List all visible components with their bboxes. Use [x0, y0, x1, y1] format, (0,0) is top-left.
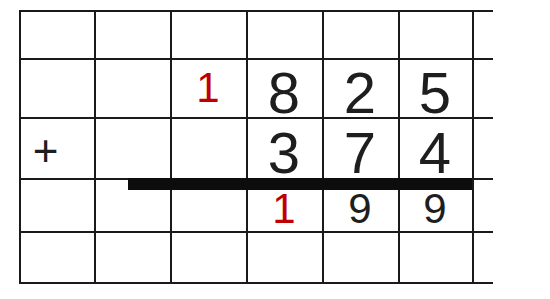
grid-hline-5	[19, 282, 493, 284]
grid-hline-0	[19, 10, 493, 12]
grid-vline-2	[170, 10, 172, 284]
cell-r1-c4: 2	[322, 63, 398, 122]
grid-vline-1	[94, 10, 96, 284]
cell-r3-c4: 9	[322, 182, 398, 235]
cell-r1-c3: 8	[246, 63, 322, 122]
cell-r1-c2: 1	[170, 58, 246, 117]
cell-r3-c3: 1	[246, 182, 322, 235]
cell-r2-c0: +	[8, 120, 83, 181]
grid-vline-6	[472, 10, 474, 284]
cell-r1-c5: 5	[398, 63, 472, 122]
cell-r2-c5: 4	[398, 122, 472, 183]
cell-r2-c3: 3	[246, 122, 322, 183]
addition-worksheet: 1825+374199	[0, 0, 550, 299]
cell-r3-c5: 9	[398, 182, 472, 235]
cell-r2-c4: 7	[322, 122, 398, 183]
